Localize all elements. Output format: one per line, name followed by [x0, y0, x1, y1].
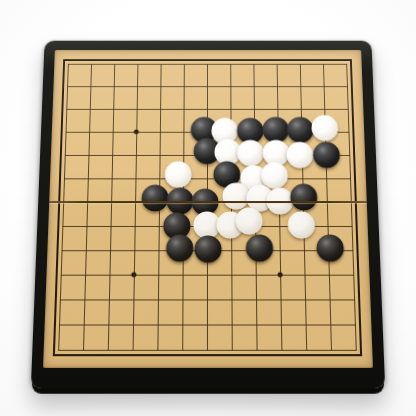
stone-white[interactable] — [286, 142, 313, 168]
star-point — [278, 272, 283, 277]
stone-black[interactable] — [246, 235, 274, 262]
star-point — [134, 129, 139, 134]
grid-line-vertical — [323, 64, 332, 351]
go-grid[interactable] — [58, 64, 357, 351]
stone-white[interactable] — [236, 208, 263, 235]
fold-seam — [49, 201, 367, 203]
stone-white[interactable] — [261, 162, 288, 188]
grid-line-horizontal — [60, 299, 355, 300]
grid-line-vertical — [108, 64, 115, 351]
grid-line-horizontal — [59, 324, 356, 325]
grid-line-horizontal — [58, 350, 357, 351]
stone-white[interactable] — [288, 211, 316, 238]
board-surface — [43, 50, 373, 368]
grid-line-vertical — [133, 64, 139, 351]
stone-black[interactable] — [141, 185, 168, 212]
grid-line-horizontal — [61, 275, 355, 276]
stone-white[interactable] — [237, 140, 264, 166]
stone-black[interactable] — [166, 235, 193, 262]
stone-black[interactable] — [316, 235, 344, 262]
stone-black[interactable] — [194, 236, 221, 263]
product-photo-scene — [0, 0, 416, 416]
stone-white[interactable] — [311, 115, 338, 141]
stone-white[interactable] — [165, 161, 192, 187]
grid-line-vertical — [83, 64, 92, 351]
go-board — [31, 41, 385, 389]
stone-black[interactable] — [290, 184, 318, 211]
star-point — [131, 272, 136, 277]
stone-black[interactable] — [287, 117, 314, 143]
stone-black[interactable] — [313, 142, 340, 168]
